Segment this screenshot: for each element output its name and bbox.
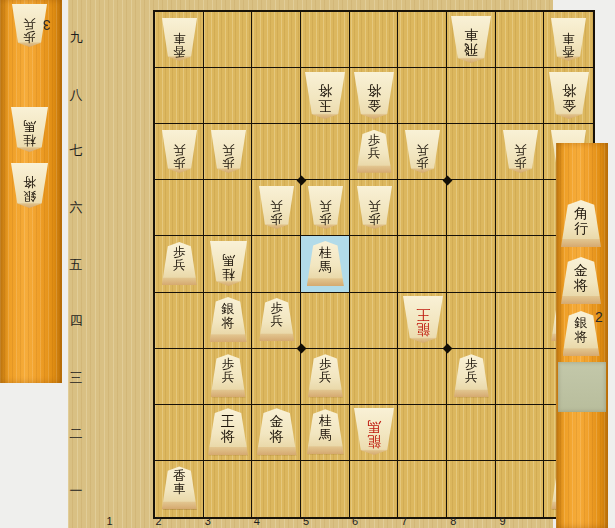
board-cell[interactable] xyxy=(252,461,301,517)
piece-kanji: 香 xyxy=(173,44,186,57)
piece-kanji: 歩 xyxy=(416,156,429,169)
piece-kanji: 馬 xyxy=(367,420,381,435)
board-cell[interactable] xyxy=(398,68,447,124)
board-cell[interactable] xyxy=(252,349,301,405)
piece-kanji: 馬 xyxy=(23,120,36,134)
piece-kanji: 桂 xyxy=(23,133,36,147)
hand-count: 3 xyxy=(43,17,51,33)
board-cell[interactable] xyxy=(496,349,545,405)
piece-kanji: 桂 xyxy=(222,267,235,281)
file-label: 8 xyxy=(450,515,456,527)
board-cell[interactable] xyxy=(155,293,204,349)
piece-kanji: 兵 xyxy=(319,199,332,212)
rank-label: 九 xyxy=(68,29,84,47)
file-label: 9 xyxy=(499,515,505,527)
board-cell[interactable] xyxy=(447,68,496,124)
board-cell[interactable] xyxy=(204,461,253,517)
board-cell[interactable] xyxy=(204,68,253,124)
board-cell[interactable] xyxy=(301,124,350,180)
piece-kanji: 兵 xyxy=(173,143,186,156)
board-cell[interactable] xyxy=(350,293,399,349)
piece-kanji: 歩 xyxy=(514,156,527,169)
board-grid: 香車飛車香車玉将金将金将歩兵歩兵歩兵歩兵歩兵歩兵歩兵歩兵歩兵歩兵桂馬桂馬銀将歩兵… xyxy=(153,10,595,519)
piece-kanji: 角 xyxy=(574,206,588,221)
piece-kanji: 車 xyxy=(173,31,186,44)
board-cell[interactable] xyxy=(447,405,496,461)
board-cell[interactable] xyxy=(447,236,496,292)
piece-kanji: 金 xyxy=(562,98,576,113)
shogi-app: 香車飛車香車玉将金将金将歩兵歩兵歩兵歩兵歩兵歩兵歩兵歩兵歩兵歩兵桂馬桂馬銀将歩兵… xyxy=(0,0,615,528)
piece-kanji: 車 xyxy=(562,31,575,44)
board-cell[interactable] xyxy=(496,180,545,236)
piece-kanji: 銀 xyxy=(23,189,36,203)
piece-kanji: 兵 xyxy=(222,143,235,156)
file-label: 6 xyxy=(352,515,358,527)
board-cell[interactable] xyxy=(155,405,204,461)
piece-kanji: 歩 xyxy=(270,212,283,225)
board-cell[interactable] xyxy=(301,461,350,517)
board-cell[interactable] xyxy=(155,349,204,405)
rank-label: 二 xyxy=(68,425,84,443)
piece-kanji: 将 xyxy=(562,84,576,99)
board-cell[interactable] xyxy=(496,236,545,292)
board-cell[interactable] xyxy=(496,461,545,517)
board-cell[interactable] xyxy=(204,12,253,68)
piece-kanji: 龍 xyxy=(367,435,381,450)
empty-hand-slot xyxy=(558,362,606,412)
piece-kanji: 兵 xyxy=(465,371,478,384)
board-cell[interactable] xyxy=(398,236,447,292)
board-cell[interactable] xyxy=(398,180,447,236)
board-cell[interactable] xyxy=(301,293,350,349)
piece-kanji: 馬 xyxy=(319,260,332,274)
piece-kanji: 兵 xyxy=(368,199,381,212)
piece-kanji: 金 xyxy=(367,98,381,113)
piece-kanji: 車 xyxy=(173,483,186,496)
piece-kanji: 兵 xyxy=(514,143,527,156)
piece-kanji: 玉 xyxy=(318,98,332,113)
piece-kanji: 王 xyxy=(221,414,235,429)
board-cell[interactable] xyxy=(398,405,447,461)
piece-kanji: 飛 xyxy=(464,42,478,57)
piece-kanji: 王 xyxy=(416,308,430,323)
board: 香車飛車香車玉将金将金将歩兵歩兵歩兵歩兵歩兵歩兵歩兵歩兵歩兵歩兵桂馬桂馬銀将歩兵… xyxy=(68,0,553,528)
piece-kanji: 歩 xyxy=(222,156,235,169)
rank-label: 四 xyxy=(68,312,84,330)
piece-kanji: 馬 xyxy=(319,428,332,442)
piece-kanji: 兵 xyxy=(23,17,36,30)
piece-kanji: 兵 xyxy=(270,315,283,328)
board-cell[interactable] xyxy=(301,12,350,68)
board-cell[interactable] xyxy=(496,12,545,68)
piece-kanji: 龍 xyxy=(416,323,430,338)
board-cell[interactable] xyxy=(447,461,496,517)
board-cell[interactable] xyxy=(155,68,204,124)
board-cell[interactable] xyxy=(204,180,253,236)
piece-kanji: 将 xyxy=(318,84,332,99)
rank-label: 六 xyxy=(68,199,84,217)
file-label: 2 xyxy=(156,515,162,527)
board-cell[interactable] xyxy=(252,236,301,292)
board-cell[interactable] xyxy=(447,124,496,180)
hand-count: 2 xyxy=(595,309,603,325)
piece-kanji: 歩 xyxy=(23,30,36,43)
piece-kanji: 兵 xyxy=(416,143,429,156)
piece-kanji: 馬 xyxy=(222,254,235,268)
piece-kanji: 金 xyxy=(574,263,588,278)
piece-kanji: 将 xyxy=(575,330,588,344)
rank-label: 七 xyxy=(68,142,84,160)
piece-kanji: 金 xyxy=(270,414,284,429)
piece-kanji: 兵 xyxy=(173,259,186,272)
board-cell[interactable] xyxy=(155,180,204,236)
piece-kanji: 将 xyxy=(23,176,36,190)
piece-kanji: 将 xyxy=(221,429,235,444)
file-label: 7 xyxy=(401,515,407,527)
piece-kanji: 行 xyxy=(574,221,588,236)
piece-kanji: 銀 xyxy=(222,302,235,316)
piece-kanji: 将 xyxy=(222,316,235,330)
piece-kanji: 車 xyxy=(464,27,478,42)
board-cell[interactable] xyxy=(496,68,545,124)
board-cell[interactable] xyxy=(252,124,301,180)
board-cell[interactable] xyxy=(398,461,447,517)
piece-kanji: 将 xyxy=(574,278,588,293)
piece-kanji: 将 xyxy=(367,84,381,99)
board-cell[interactable] xyxy=(398,349,447,405)
piece-kanji: 歩 xyxy=(319,212,332,225)
rank-label: 一 xyxy=(68,482,84,500)
piece-kanji: 桂 xyxy=(319,414,332,428)
piece-kanji: 兵 xyxy=(270,199,283,212)
file-label: 1 xyxy=(106,515,112,527)
board-cell[interactable] xyxy=(350,236,399,292)
piece-kanji: 兵 xyxy=(319,371,332,384)
piece-kanji: 歩 xyxy=(368,134,381,147)
piece-kanji: 歩 xyxy=(368,212,381,225)
board-cell[interactable] xyxy=(350,12,399,68)
piece-kanji: 桂 xyxy=(319,246,332,260)
piece-kanji: 兵 xyxy=(222,371,235,384)
board-cell[interactable] xyxy=(350,349,399,405)
piece-kanji: 香 xyxy=(562,44,575,57)
file-label: 3 xyxy=(205,515,211,527)
board-cell[interactable] xyxy=(496,405,545,461)
piece-kanji: 将 xyxy=(270,429,284,444)
board-cell[interactable] xyxy=(252,68,301,124)
piece-kanji: 歩 xyxy=(173,156,186,169)
board-cell[interactable] xyxy=(350,461,399,517)
board-cell[interactable] xyxy=(496,293,545,349)
rank-label: 八 xyxy=(68,86,84,104)
piece-kanji: 銀 xyxy=(575,316,588,330)
file-label: 4 xyxy=(254,515,260,527)
board-cell[interactable] xyxy=(398,12,447,68)
board-cell[interactable] xyxy=(447,180,496,236)
piece-kanji: 兵 xyxy=(368,147,381,160)
rank-label: 三 xyxy=(68,369,84,387)
file-label: 5 xyxy=(303,515,309,527)
board-cell[interactable] xyxy=(447,293,496,349)
rank-label: 五 xyxy=(68,256,84,274)
board-cell[interactable] xyxy=(252,12,301,68)
